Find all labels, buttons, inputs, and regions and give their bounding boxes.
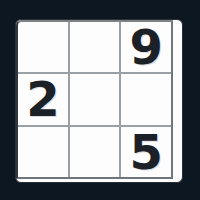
cell-r1c1[interactable] [18,22,68,72]
page-background: 9 2 5 [0,0,200,200]
sudoku-board: 9 2 5 [15,19,183,183]
cell-r3c3[interactable]: 5 [121,127,171,177]
cell-r2c3[interactable] [121,74,171,124]
cell-r2c2[interactable] [70,74,120,124]
cell-r3c1[interactable] [18,127,68,177]
sudoku-grid: 9 2 5 [16,20,173,179]
cell-r2c1[interactable]: 2 [18,74,68,124]
cell-r3c2[interactable] [70,127,120,177]
cell-r1c3[interactable]: 9 [121,22,171,72]
cell-r1c2[interactable] [70,22,120,72]
